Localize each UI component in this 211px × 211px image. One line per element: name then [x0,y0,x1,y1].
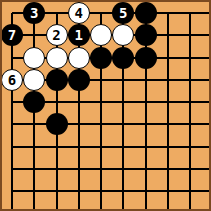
black-stone-move-7: 7 [1,24,23,46]
black-stone-move-3: 3 [23,2,45,24]
white-stone [23,47,45,69]
move-number-label: 3 [30,6,38,20]
move-number-label: 6 [8,72,16,86]
black-stone [135,2,157,24]
black-stone [46,113,68,135]
move-number-label: 1 [75,28,83,42]
black-stone-move-1: 1 [68,24,90,46]
black-stone [23,91,45,113]
go-board: 3457216 [1,2,201,202]
white-stone [68,47,90,69]
white-stone [46,47,68,69]
black-stone-move-5: 5 [112,2,134,24]
white-stone-move-6: 6 [1,69,23,91]
white-stone [90,24,112,46]
black-stone [135,24,157,46]
move-number-label: 7 [8,28,16,42]
white-stone-move-4: 4 [68,2,90,24]
black-stone [46,69,68,91]
white-stone [112,24,134,46]
white-stone-move-2: 2 [46,24,68,46]
go-diagram: 3457216 [0,0,211,211]
black-stone [135,47,157,69]
move-number-label: 2 [52,28,60,42]
black-stone [90,47,112,69]
move-number-label: 5 [119,6,127,20]
white-stone [23,69,45,91]
black-stone [68,69,90,91]
black-stone [112,47,134,69]
move-number-label: 4 [75,6,83,20]
